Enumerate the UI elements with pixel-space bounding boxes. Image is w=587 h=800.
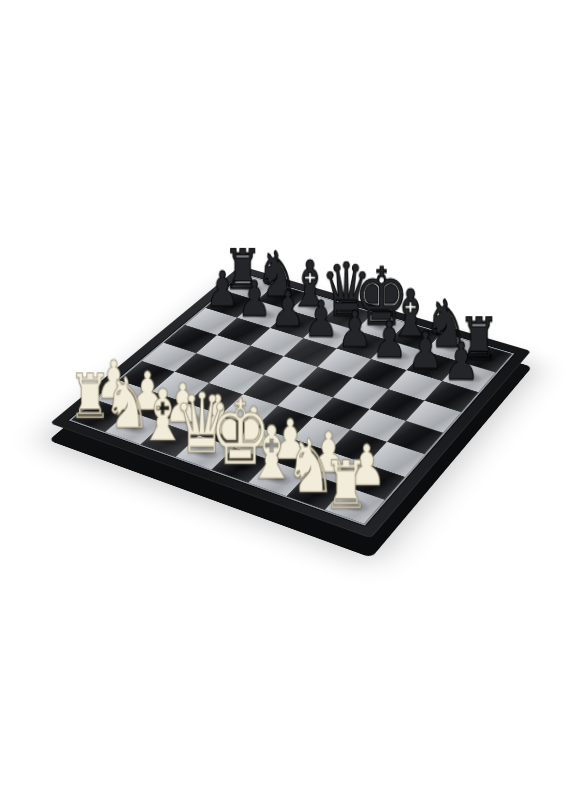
piece-shadow [81, 406, 118, 425]
square-a3 [119, 361, 175, 391]
piece-shadow [296, 481, 335, 503]
piece-shadow [335, 494, 375, 516]
piece-shadow [222, 455, 261, 476]
piece-shadow [173, 409, 210, 428]
piece-shadow [281, 446, 319, 466]
piece-shadow [398, 329, 432, 346]
piece-shadow [415, 357, 450, 374]
product-photo: Product photo of a folding magnetic ches… [0, 0, 587, 800]
piece-shadow [468, 349, 503, 366]
piece-shadow [115, 418, 152, 437]
piece-shadow [380, 346, 415, 363]
piece-shadow [364, 319, 398, 335]
chessboard: ♜♞♝♛♚♝♞♜♟♟♟♟♟♟♟♟♟♟♟♟♟♟♟♟♜♞♝♛♚♝♞♜ [50, 266, 531, 539]
piece-shadow [214, 296, 247, 312]
piece-shadow [246, 306, 280, 322]
piece-shadow [433, 339, 468, 356]
piece-shadow [244, 433, 282, 453]
piece-shadow [356, 471, 395, 492]
piece-shadow [298, 299, 331, 315]
piece-shadow [185, 442, 223, 462]
square-g5 [369, 389, 424, 421]
board-surface: ♜♞♝♛♚♝♞♜♟♟♟♟♟♟♟♟♟♟♟♟♟♟♟♟♜♞♝♛♚♝♞♜ [69, 274, 515, 526]
piece-shadow [266, 289, 299, 304]
piece-shadow [150, 430, 188, 450]
piece-shadow [312, 326, 346, 342]
piece-shadow [451, 368, 487, 386]
piece-shadow [346, 336, 381, 353]
piece-shadow [318, 458, 357, 479]
piece-shadow [208, 421, 245, 441]
piece-shadow [279, 316, 313, 332]
photo-caption: Product photo of a folding magnetic ches… [0, 0, 1, 1]
piece-shadow [234, 280, 267, 295]
board-frame: ♜♞♝♛♚♝♞♜♟♟♟♟♟♟♟♟♟♟♟♟♟♟♟♟♜♞♝♛♚♝♞♜ [50, 266, 531, 539]
square-h6 [424, 381, 478, 412]
piece-shadow [139, 398, 176, 417]
piece-shadow [331, 309, 365, 325]
piece-shadow [106, 386, 142, 404]
piece-shadow [258, 467, 297, 488]
